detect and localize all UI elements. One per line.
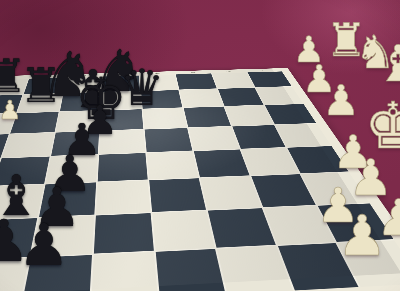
board-square[interactable] bbox=[265, 104, 316, 124]
board-square[interactable] bbox=[149, 178, 206, 211]
white-pawn-piece[interactable]: ♟ bbox=[337, 208, 387, 264]
board-square[interactable] bbox=[189, 126, 240, 150]
board-square[interactable] bbox=[2, 133, 54, 158]
rank-label: 3 bbox=[190, 71, 196, 72]
board-square[interactable] bbox=[147, 151, 199, 179]
board-square[interactable] bbox=[176, 73, 217, 89]
black-rook-piece[interactable]: ♜ bbox=[19, 61, 62, 109]
board-square[interactable] bbox=[152, 210, 215, 250]
chess-photo-scene: 87654321 ♜♟♞♝♜♞♟♞♜♛♝♟♟♚♟♚♟♟♟♟♝♟♟♟♟♟♟ bbox=[0, 0, 400, 291]
board-square[interactable] bbox=[94, 213, 154, 254]
board-square[interactable] bbox=[96, 180, 151, 214]
board-square[interactable] bbox=[156, 249, 226, 291]
board-square[interactable] bbox=[180, 89, 223, 107]
board-square[interactable] bbox=[145, 128, 193, 152]
white-pawn-piece[interactable]: ♟ bbox=[322, 80, 360, 122]
board-square[interactable] bbox=[256, 87, 304, 105]
board-square[interactable] bbox=[184, 106, 231, 127]
rank-label: 1 bbox=[260, 69, 266, 70]
white-pawn-piece[interactable]: ♟ bbox=[0, 97, 22, 123]
rank-label: 2 bbox=[225, 70, 231, 71]
board-square[interactable] bbox=[194, 149, 249, 177]
black-pawn-piece[interactable]: ♟ bbox=[18, 216, 70, 274]
white-bishop-piece[interactable]: ♝ bbox=[376, 39, 400, 89]
board-square[interactable] bbox=[98, 153, 148, 182]
board-square[interactable] bbox=[91, 252, 158, 291]
board-square[interactable] bbox=[248, 71, 292, 87]
